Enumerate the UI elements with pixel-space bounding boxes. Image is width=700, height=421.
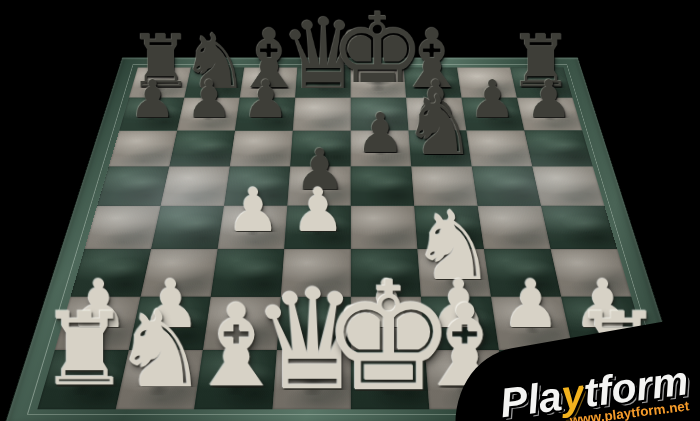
square-b5[interactable]: [161, 166, 230, 205]
piece-white-pawn[interactable]: ♟: [291, 180, 345, 240]
piece-black-knight[interactable]: ♞: [402, 84, 476, 167]
piece-black-pawn[interactable]: ♟: [129, 73, 176, 125]
square-e5[interactable]: [351, 166, 414, 205]
square-h6[interactable]: [524, 131, 592, 167]
square-h4[interactable]: [541, 206, 617, 249]
square-b6[interactable]: [169, 131, 235, 167]
square-e4[interactable]: [351, 206, 418, 249]
game-scene: ♜♞♝♛♚♝♜♟♟♟♟♟♟♟♞♟♟♟♞♟♟♟♟♟♟♜♞♝♛♚♝♜ Playtfo…: [0, 0, 700, 421]
watermark-brand-prefix: Pla: [497, 373, 564, 421]
square-a6[interactable]: [109, 131, 177, 167]
piece-black-pawn[interactable]: ♟: [186, 73, 233, 125]
square-d4[interactable]: ♟: [284, 206, 351, 249]
piece-black-pawn[interactable]: ♟: [525, 73, 572, 125]
square-c6[interactable]: [230, 131, 293, 167]
square-a7[interactable]: ♟: [119, 98, 184, 131]
square-h7[interactable]: ♟: [517, 98, 582, 131]
square-b7[interactable]: ♟: [177, 98, 240, 131]
square-a4[interactable]: [84, 206, 160, 249]
square-a5[interactable]: [97, 166, 169, 205]
square-f6[interactable]: ♞: [409, 131, 472, 167]
piece-black-pawn[interactable]: ♟: [356, 105, 405, 160]
piece-black-pawn[interactable]: ♟: [242, 73, 289, 125]
square-b4[interactable]: [151, 206, 224, 249]
square-c7[interactable]: ♟: [235, 98, 295, 131]
piece-white-pawn[interactable]: ♟: [226, 180, 280, 240]
square-c4[interactable]: ♟: [218, 206, 288, 249]
square-h5[interactable]: [532, 166, 604, 205]
square-d7[interactable]: [293, 98, 351, 131]
